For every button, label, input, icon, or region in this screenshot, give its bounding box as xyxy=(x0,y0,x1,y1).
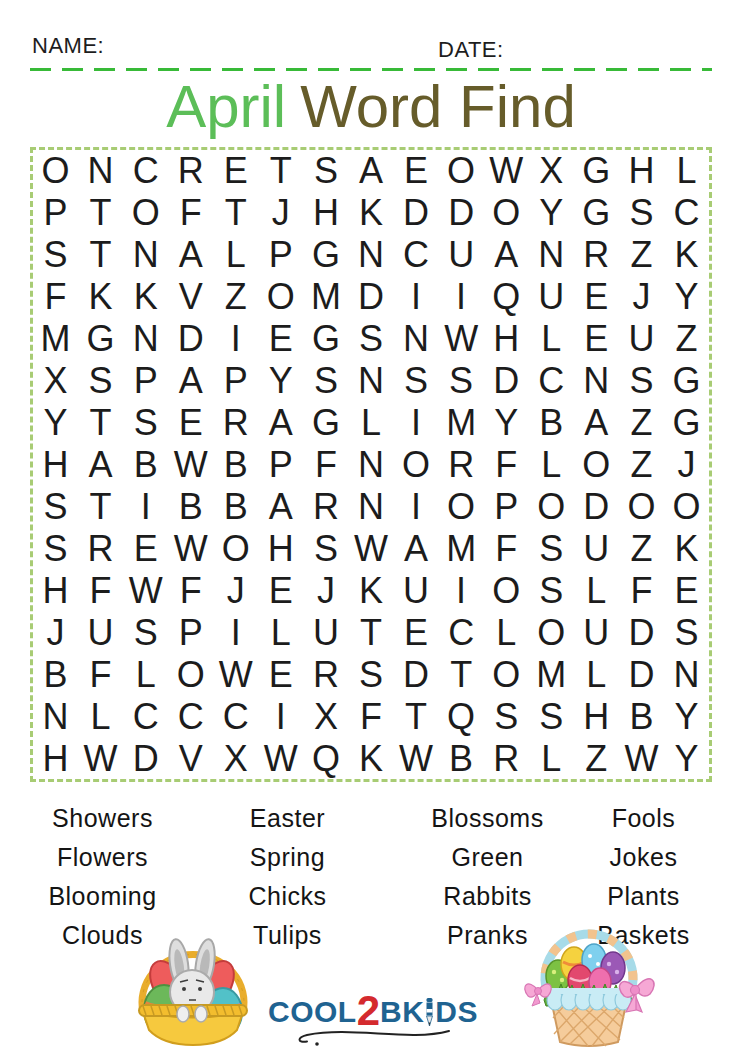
grid-cell[interactable]: K xyxy=(78,276,123,318)
grid-cell[interactable]: T xyxy=(394,696,439,738)
word-item[interactable]: Blossoms xyxy=(400,799,575,838)
egg-basket-illustration xyxy=(518,924,660,1050)
grid-cell[interactable]: N xyxy=(123,318,168,360)
grid-cell[interactable]: M xyxy=(529,654,574,696)
grid-cell[interactable]: C xyxy=(394,234,439,276)
grid-cell[interactable]: N xyxy=(664,654,709,696)
grid-cell[interactable]: V xyxy=(168,738,213,780)
grid-cell[interactable]: O xyxy=(439,486,484,528)
grid-cell[interactable]: Z xyxy=(619,402,664,444)
grid-cell[interactable]: F xyxy=(348,696,393,738)
grid-cell[interactable]: D xyxy=(123,738,168,780)
word-item[interactable]: Fools xyxy=(575,799,712,838)
grid-cell[interactable]: F xyxy=(33,276,78,318)
word-item[interactable]: Showers xyxy=(30,799,175,838)
easter-eggs-basket-image xyxy=(518,924,660,1050)
grid-cell[interactable]: F xyxy=(78,570,123,612)
grid-cell[interactable]: A xyxy=(168,234,213,276)
grid-cell[interactable]: S xyxy=(123,402,168,444)
grid-cell[interactable]: W xyxy=(168,444,213,486)
grid-cell[interactable]: O xyxy=(664,486,709,528)
grid-cell[interactable]: A xyxy=(168,360,213,402)
grid-cell[interactable]: K xyxy=(348,570,393,612)
grid-cell[interactable]: G xyxy=(664,402,709,444)
grid-cell[interactable]: R xyxy=(213,402,258,444)
grid-cell[interactable]: O xyxy=(619,486,664,528)
grid-cell[interactable]: J xyxy=(33,612,78,654)
grid-cell[interactable]: E xyxy=(258,318,303,360)
grid-cell[interactable]: H xyxy=(33,738,78,780)
grid-cell[interactable]: C xyxy=(123,150,168,192)
grid-cell[interactable]: N xyxy=(123,234,168,276)
grid-cell[interactable]: Z xyxy=(619,444,664,486)
grid-cell[interactable]: R xyxy=(574,234,619,276)
grid-cell[interactable]: P xyxy=(33,192,78,234)
grid-cell[interactable]: N xyxy=(348,360,393,402)
grid-cell[interactable]: O xyxy=(258,276,303,318)
grid-cell[interactable]: J xyxy=(303,570,348,612)
grid-cell[interactable]: E xyxy=(394,150,439,192)
grid-cell[interactable]: S xyxy=(348,318,393,360)
grid-cell[interactable]: W xyxy=(394,738,439,780)
grid-cell[interactable]: D xyxy=(574,486,619,528)
grid-cell[interactable]: E xyxy=(258,654,303,696)
grid-cell[interactable]: F xyxy=(484,528,529,570)
grid-cell[interactable]: P xyxy=(258,444,303,486)
grid-cell[interactable]: Y xyxy=(664,696,709,738)
grid-cell[interactable]: P xyxy=(213,360,258,402)
date-label: DATE: xyxy=(438,37,504,63)
grid-cell[interactable]: L xyxy=(484,612,529,654)
grid-cell[interactable]: K xyxy=(664,528,709,570)
grid-cell[interactable]: Y xyxy=(664,276,709,318)
word-item[interactable]: Flowers xyxy=(30,838,175,877)
grid-cell[interactable]: I xyxy=(394,276,439,318)
grid-cell[interactable]: D xyxy=(619,612,664,654)
grid-cell[interactable]: M xyxy=(303,276,348,318)
grid-cell[interactable]: Z xyxy=(619,528,664,570)
grid-cell[interactable]: C xyxy=(213,696,258,738)
grid-cell[interactable]: Y xyxy=(529,192,574,234)
grid-cell[interactable]: M xyxy=(439,528,484,570)
grid-cell[interactable]: F xyxy=(168,570,213,612)
grid-cell[interactable]: Q xyxy=(439,696,484,738)
grid-cell[interactable]: I xyxy=(394,402,439,444)
grid-cell[interactable]: X xyxy=(529,150,574,192)
grid-cell[interactable]: E xyxy=(258,570,303,612)
grid-cell[interactable]: R xyxy=(78,528,123,570)
grid-cell[interactable]: I xyxy=(258,696,303,738)
grid-cell[interactable]: S xyxy=(394,360,439,402)
grid-cell[interactable]: L xyxy=(529,318,574,360)
grid-cell[interactable]: G xyxy=(574,150,619,192)
grid-cell[interactable]: B xyxy=(123,444,168,486)
grid-cell[interactable]: S xyxy=(619,192,664,234)
grid-cell[interactable]: X xyxy=(33,360,78,402)
grid-cell[interactable]: R xyxy=(439,444,484,486)
grid-cell[interactable]: X xyxy=(303,696,348,738)
grid-cell[interactable]: N xyxy=(529,234,574,276)
grid-cell[interactable]: H xyxy=(574,696,619,738)
grid-cell[interactable]: L xyxy=(574,570,619,612)
grid-cell[interactable]: L xyxy=(529,444,574,486)
grid-cell[interactable]: U xyxy=(394,570,439,612)
grid-cell[interactable]: T xyxy=(78,192,123,234)
logo-ds: DS xyxy=(435,997,478,1027)
grid-cell[interactable]: W xyxy=(258,738,303,780)
grid-cell[interactable]: Z xyxy=(213,276,258,318)
word-item[interactable]: Chicks xyxy=(175,877,400,916)
grid-cell[interactable]: G xyxy=(574,192,619,234)
grid-cell[interactable]: I xyxy=(213,318,258,360)
grid-cell[interactable]: D xyxy=(439,192,484,234)
grid-cell[interactable]: U xyxy=(574,612,619,654)
grid-cell[interactable]: S xyxy=(484,696,529,738)
grid-cell[interactable]: S xyxy=(529,528,574,570)
grid-cell[interactable]: L xyxy=(78,696,123,738)
grid-cell[interactable]: J xyxy=(258,192,303,234)
grid-cell[interactable]: K xyxy=(123,276,168,318)
grid-cell[interactable]: A xyxy=(574,402,619,444)
title-highlight: April xyxy=(166,73,286,140)
grid-cell[interactable]: T xyxy=(78,402,123,444)
grid-cell[interactable]: O xyxy=(394,444,439,486)
word-item[interactable]: Easter xyxy=(175,799,400,838)
grid-cell[interactable]: E xyxy=(123,528,168,570)
grid-cell[interactable]: J xyxy=(664,444,709,486)
grid-cell[interactable]: W xyxy=(123,570,168,612)
grid-cell[interactable]: H xyxy=(303,192,348,234)
grid-cell[interactable]: M xyxy=(33,318,78,360)
grid-cell[interactable]: R xyxy=(484,738,529,780)
grid-cell[interactable]: M xyxy=(439,402,484,444)
grid-cell[interactable]: L xyxy=(258,612,303,654)
grid-cell[interactable]: O xyxy=(484,654,529,696)
grid-cell[interactable]: T xyxy=(258,150,303,192)
grid-cell[interactable]: F xyxy=(484,444,529,486)
grid-cell[interactable]: O xyxy=(168,654,213,696)
bunny-basket-illustration xyxy=(127,926,259,1046)
grid-cell[interactable]: S xyxy=(33,528,78,570)
grid-cell[interactable]: R xyxy=(303,654,348,696)
grid-cell[interactable]: Z xyxy=(619,234,664,276)
grid-cell[interactable]: T xyxy=(439,654,484,696)
word-item[interactable]: Plants xyxy=(575,877,712,916)
grid-cell[interactable]: O xyxy=(439,150,484,192)
logo-bk: BK xyxy=(380,997,424,1027)
grid-cell[interactable]: Z xyxy=(574,738,619,780)
grid-cell[interactable]: S xyxy=(33,234,78,276)
grid-cell[interactable]: N xyxy=(33,696,78,738)
grid-cell[interactable]: F xyxy=(619,570,664,612)
grid-cell[interactable]: S xyxy=(664,612,709,654)
grid-cell[interactable]: S xyxy=(303,528,348,570)
grid-cell[interactable]: N xyxy=(574,360,619,402)
logo-2: 2 xyxy=(357,995,380,1027)
brand-logo[interactable]: COOL2BK DS xyxy=(291,993,455,1046)
grid-cell[interactable]: H xyxy=(33,444,78,486)
grid-cell[interactable]: T xyxy=(78,234,123,276)
grid-cell[interactable]: U xyxy=(529,276,574,318)
grid-cell[interactable]: C xyxy=(664,192,709,234)
grid-cell[interactable]: P xyxy=(123,360,168,402)
grid-cell[interactable]: T xyxy=(348,612,393,654)
grid-cell[interactable]: W xyxy=(619,738,664,780)
logo-text: COOL2BK DS xyxy=(291,993,455,1027)
name-label: NAME: xyxy=(32,33,104,59)
grid-cell[interactable]: H xyxy=(619,150,664,192)
grid-cell[interactable]: K xyxy=(664,234,709,276)
grid-cell[interactable]: U xyxy=(619,318,664,360)
grid-cell[interactable]: S xyxy=(348,654,393,696)
grid-cell[interactable]: C xyxy=(168,696,213,738)
grid-cell[interactable]: B xyxy=(33,654,78,696)
grid-cell[interactable]: N xyxy=(78,150,123,192)
grid-cell[interactable]: K xyxy=(348,192,393,234)
grid-cell[interactable]: W xyxy=(439,318,484,360)
grid-cell[interactable]: O xyxy=(484,570,529,612)
grid-cell[interactable]: W xyxy=(168,528,213,570)
word-item[interactable]: Spring xyxy=(175,838,400,877)
grid-cell[interactable]: Y xyxy=(664,738,709,780)
grid-cell[interactable]: O xyxy=(213,528,258,570)
grid-cell[interactable]: D xyxy=(168,318,213,360)
grid-cell[interactable]: F xyxy=(168,192,213,234)
grid-cell[interactable]: E xyxy=(664,570,709,612)
grid-cell[interactable]: N xyxy=(348,444,393,486)
grid-cell[interactable]: E xyxy=(213,150,258,192)
grid-cell[interactable]: N xyxy=(394,318,439,360)
grid-cell[interactable]: S xyxy=(78,360,123,402)
grid-cell[interactable]: D xyxy=(394,192,439,234)
grid-cell[interactable]: J xyxy=(213,570,258,612)
grid-cell[interactable]: G xyxy=(303,234,348,276)
grid-cell[interactable]: A xyxy=(258,486,303,528)
grid-cell[interactable]: R xyxy=(168,150,213,192)
grid-cell[interactable]: S xyxy=(123,612,168,654)
grid-cell[interactable]: P xyxy=(168,612,213,654)
grid-cell[interactable]: B xyxy=(213,444,258,486)
grid-cell[interactable]: U xyxy=(303,612,348,654)
logo-cool: COOL xyxy=(268,997,357,1027)
grid-cell[interactable]: E xyxy=(394,612,439,654)
grid-cell[interactable]: R xyxy=(303,486,348,528)
grid-cell[interactable]: I xyxy=(123,486,168,528)
word-item[interactable]: Green xyxy=(400,838,575,877)
grid-cell[interactable]: A xyxy=(258,402,303,444)
grid-cell[interactable]: Z xyxy=(664,318,709,360)
grid-cell[interactable]: I xyxy=(439,570,484,612)
grid-cell[interactable]: D xyxy=(484,360,529,402)
grid-cell[interactable]: D xyxy=(619,654,664,696)
grid-cell[interactable]: V xyxy=(168,276,213,318)
grid-cell[interactable]: L xyxy=(529,738,574,780)
easter-bunny-basket-image xyxy=(127,926,259,1046)
grid-cell[interactable]: I xyxy=(439,276,484,318)
grid-cell[interactable]: S xyxy=(529,570,574,612)
grid-cell[interactable]: C xyxy=(529,360,574,402)
grid-cell[interactable]: J xyxy=(619,276,664,318)
grid-cell[interactable]: O xyxy=(529,486,574,528)
grid-cell[interactable]: Y xyxy=(484,402,529,444)
grid-cell[interactable]: S xyxy=(33,486,78,528)
grid-cell[interactable]: C xyxy=(439,612,484,654)
grid-cell[interactable]: B xyxy=(439,738,484,780)
grid-cell[interactable]: B xyxy=(213,486,258,528)
grid-cell[interactable]: E xyxy=(168,402,213,444)
grid-cell[interactable]: N xyxy=(348,234,393,276)
grid-cell[interactable]: C xyxy=(123,696,168,738)
grid-cell[interactable]: O xyxy=(529,612,574,654)
grid-cell[interactable]: K xyxy=(348,738,393,780)
word-item[interactable]: Rabbits xyxy=(400,877,575,916)
grid-cell[interactable]: S xyxy=(303,150,348,192)
grid-cell[interactable]: U xyxy=(78,612,123,654)
grid-cell[interactable]: P xyxy=(258,234,303,276)
grid-cell[interactable]: L xyxy=(348,402,393,444)
pencil-icon xyxy=(424,997,435,1027)
grid-cell[interactable]: B xyxy=(168,486,213,528)
grid-cell[interactable]: A xyxy=(348,150,393,192)
word-search-grid: ONCRETSAEOWXGHLPTOFTJHKDDOYGSCSTNALPGNCU… xyxy=(30,147,712,782)
grid-cell[interactable]: O xyxy=(123,192,168,234)
grid-cell[interactable]: H xyxy=(33,570,78,612)
page-title: AprilWord Find xyxy=(0,74,742,140)
grid-cell[interactable]: G xyxy=(664,360,709,402)
grid-cell[interactable]: X xyxy=(213,738,258,780)
grid-cell[interactable]: B xyxy=(529,402,574,444)
grid-cell[interactable]: I xyxy=(213,612,258,654)
writing-line xyxy=(30,68,712,71)
grid-cell[interactable]: A xyxy=(484,234,529,276)
grid-cell[interactable]: L xyxy=(664,150,709,192)
grid-cell[interactable]: W xyxy=(78,738,123,780)
grid-cell[interactable]: T xyxy=(213,192,258,234)
grid-cell[interactable]: O xyxy=(484,192,529,234)
grid-cell[interactable]: E xyxy=(574,276,619,318)
grid-cell[interactable]: E xyxy=(574,318,619,360)
grid-cell[interactable]: S xyxy=(439,360,484,402)
grid-cell[interactable]: L xyxy=(123,654,168,696)
grid-cell[interactable]: P xyxy=(484,486,529,528)
grid-cell[interactable]: F xyxy=(78,654,123,696)
grid-cell[interactable]: G xyxy=(303,402,348,444)
grid-cell[interactable]: Q xyxy=(303,738,348,780)
grid-cell[interactable]: Q xyxy=(484,276,529,318)
grid-cell[interactable]: L xyxy=(574,654,619,696)
grid-cell[interactable]: O xyxy=(574,444,619,486)
grid-cell[interactable]: Y xyxy=(33,402,78,444)
title-rest: Word Find xyxy=(300,73,576,140)
grid-cell[interactable]: S xyxy=(303,360,348,402)
grid-cell[interactable]: S xyxy=(529,696,574,738)
grid-cell[interactable]: W xyxy=(348,528,393,570)
grid-cell[interactable]: N xyxy=(348,486,393,528)
grid-cell[interactable]: I xyxy=(394,486,439,528)
grid-cell[interactable]: B xyxy=(619,696,664,738)
grid-cell[interactable]: T xyxy=(78,486,123,528)
grid-cell[interactable]: W xyxy=(213,654,258,696)
grid-cell[interactable]: U xyxy=(574,528,619,570)
grid-cell[interactable]: A xyxy=(78,444,123,486)
grid-cell[interactable]: Y xyxy=(258,360,303,402)
grid-cell[interactable]: H xyxy=(484,318,529,360)
word-item[interactable]: Blooming xyxy=(30,877,175,916)
grid-cell[interactable]: H xyxy=(258,528,303,570)
grid-cell[interactable]: L xyxy=(213,234,258,276)
grid-cell[interactable]: U xyxy=(439,234,484,276)
grid-cell[interactable]: D xyxy=(394,654,439,696)
grid-cell[interactable]: G xyxy=(303,318,348,360)
grid-cell[interactable]: S xyxy=(619,360,664,402)
grid-cell[interactable]: A xyxy=(394,528,439,570)
grid-cell[interactable]: F xyxy=(303,444,348,486)
grid-cell[interactable]: D xyxy=(348,276,393,318)
word-item[interactable]: Jokes xyxy=(575,838,712,877)
grid-cell[interactable]: G xyxy=(78,318,123,360)
grid-cell[interactable]: O xyxy=(33,150,78,192)
worksheet-page: NAME: DATE: AprilWord Find ONCRETSAEOWXG… xyxy=(0,0,742,1050)
grid-cell[interactable]: W xyxy=(484,150,529,192)
